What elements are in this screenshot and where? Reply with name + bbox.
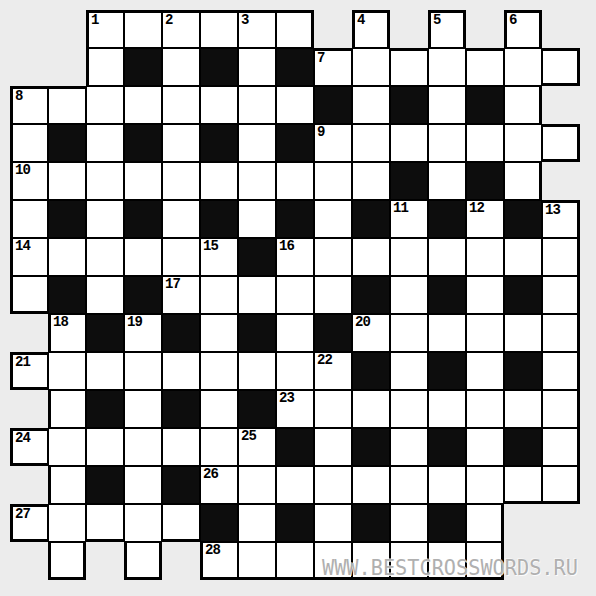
black-cell-r2c6: [200, 48, 238, 86]
black-cell-r6c14: [504, 200, 542, 238]
cell-r4c14[interactable]: [504, 124, 542, 162]
clue-number-16: 16: [279, 240, 294, 253]
cell-r10c3[interactable]: [86, 352, 124, 390]
cell-r3c2[interactable]: [48, 86, 86, 124]
cell-r9c10[interactable]: 20: [352, 314, 390, 352]
cell-r14c11[interactable]: [390, 504, 428, 542]
cell-r11c2[interactable]: [48, 390, 86, 428]
cell-r4c5[interactable]: [162, 124, 200, 162]
cell-r9c11[interactable]: [390, 314, 428, 352]
cell-r11c10[interactable]: [352, 390, 390, 428]
cell-r8c9[interactable]: [314, 276, 352, 314]
black-cell-r9c3: [86, 314, 124, 352]
black-cell-r13c5: [162, 466, 200, 504]
cell-r11c11[interactable]: [390, 390, 428, 428]
cell-r9c12[interactable]: [428, 314, 466, 352]
cell-r10c15[interactable]: [542, 352, 580, 390]
cell-r6c9[interactable]: [314, 200, 352, 238]
cell-r1c4[interactable]: [124, 10, 162, 48]
cell-r8c6[interactable]: [200, 276, 238, 314]
cell-r14c5[interactable]: [162, 504, 200, 542]
cell-r7c12[interactable]: [428, 238, 466, 276]
cell-r8c3[interactable]: [86, 276, 124, 314]
cell-r9c14[interactable]: [504, 314, 542, 352]
cell-r10c1[interactable]: 21: [10, 352, 48, 390]
cell-r3c5[interactable]: [162, 86, 200, 124]
cell-r13c9[interactable]: [314, 466, 352, 504]
cell-r7c1[interactable]: 14: [10, 238, 48, 276]
cell-r7c14[interactable]: [504, 238, 542, 276]
cell-r11c13[interactable]: [466, 390, 504, 428]
cell-r5c12[interactable]: [428, 162, 466, 200]
cell-r4c12[interactable]: [428, 124, 466, 162]
cell-r4c3[interactable]: [86, 124, 124, 162]
cell-r2c13[interactable]: [466, 48, 504, 86]
cell-r4c9[interactable]: 9: [314, 124, 352, 162]
cell-r5c10[interactable]: [352, 162, 390, 200]
black-cell-r4c8: [276, 124, 314, 162]
black-cell-r6c12: [428, 200, 466, 238]
cell-r13c4[interactable]: [124, 466, 162, 504]
cell-r12c15[interactable]: [542, 428, 580, 466]
cell-r13c7[interactable]: [238, 466, 276, 504]
cell-r10c7[interactable]: [238, 352, 276, 390]
cell-r7c13[interactable]: [466, 238, 504, 276]
black-cell-r4c4: [124, 124, 162, 162]
cell-r9c8[interactable]: [276, 314, 314, 352]
black-cell-r14c6: [200, 504, 238, 542]
cell-r11c8[interactable]: 23: [276, 390, 314, 428]
cell-r12c7[interactable]: 25: [238, 428, 276, 466]
black-cell-r8c12: [428, 276, 466, 314]
cell-r7c3[interactable]: [86, 238, 124, 276]
clue-number-7: 7: [317, 52, 324, 65]
black-cell-r12c14: [504, 428, 542, 466]
clue-number-27: 27: [15, 508, 30, 521]
cell-r12c5[interactable]: [162, 428, 200, 466]
clue-number-1: 1: [91, 14, 98, 27]
cell-r1c8[interactable]: [276, 10, 314, 48]
cell-r10c5[interactable]: [162, 352, 200, 390]
cell-r15c4[interactable]: [124, 542, 162, 580]
cell-r13c11[interactable]: [390, 466, 428, 504]
clue-number-12: 12: [469, 202, 484, 215]
cell-r4c15[interactable]: [542, 124, 580, 162]
cell-r12c11[interactable]: [390, 428, 428, 466]
cell-r10c8[interactable]: [276, 352, 314, 390]
cell-r9c4[interactable]: 19: [124, 314, 162, 352]
cell-r8c5[interactable]: 17: [162, 276, 200, 314]
cell-r15c8[interactable]: [276, 542, 314, 580]
cell-r6c11[interactable]: 11: [390, 200, 428, 238]
clue-number-22: 22: [317, 354, 332, 367]
cell-r3c14[interactable]: [504, 86, 542, 124]
cell-r5c7[interactable]: [238, 162, 276, 200]
black-cell-r11c3: [86, 390, 124, 428]
black-cell-r14c12: [428, 504, 466, 542]
cell-r15c7[interactable]: [238, 542, 276, 580]
cell-r9c6[interactable]: [200, 314, 238, 352]
black-cell-r5c11: [390, 162, 428, 200]
black-cell-r11c5: [162, 390, 200, 428]
cell-r12c6[interactable]: [200, 428, 238, 466]
cell-r7c9[interactable]: [314, 238, 352, 276]
cell-r5c5[interactable]: [162, 162, 200, 200]
clue-number-25: 25: [241, 430, 256, 443]
clue-number-28: 28: [205, 544, 220, 557]
cell-r1c3[interactable]: 1: [86, 10, 124, 48]
cell-r2c12[interactable]: [428, 48, 466, 86]
cell-r3c6[interactable]: [200, 86, 238, 124]
black-cell-r8c2: [48, 276, 86, 314]
clue-number-3: 3: [241, 14, 248, 27]
cell-r11c15[interactable]: [542, 390, 580, 428]
cell-r4c11[interactable]: [390, 124, 428, 162]
cell-r6c3[interactable]: [86, 200, 124, 238]
cell-r12c13[interactable]: [466, 428, 504, 466]
black-cell-r4c6: [200, 124, 238, 162]
cell-r14c7[interactable]: [238, 504, 276, 542]
watermark: WWW.BESTCROSSWORDS.RU: [322, 556, 578, 580]
clue-number-6: 6: [509, 14, 516, 27]
cell-r13c2[interactable]: [48, 466, 86, 504]
cell-r4c13[interactable]: [466, 124, 504, 162]
cell-r10c2[interactable]: [48, 352, 86, 390]
cell-r7c11[interactable]: [390, 238, 428, 276]
cell-r10c9[interactable]: 22: [314, 352, 352, 390]
cell-r3c4[interactable]: [124, 86, 162, 124]
cell-r14c3[interactable]: [86, 504, 124, 542]
black-cell-r7c7: [238, 238, 276, 276]
cell-r15c6[interactable]: 28: [200, 542, 238, 580]
cell-r4c10[interactable]: [352, 124, 390, 162]
cell-r3c3[interactable]: [86, 86, 124, 124]
black-cell-r9c9: [314, 314, 352, 352]
black-cell-r2c8: [276, 48, 314, 86]
cell-r5c8[interactable]: [276, 162, 314, 200]
cell-r1c6[interactable]: [200, 10, 238, 48]
black-cell-r14c8: [276, 504, 314, 542]
cell-r7c4[interactable]: [124, 238, 162, 276]
cell-r6c1[interactable]: [10, 200, 48, 238]
crossword-board: 1234567891011121314151617181920212223242…: [10, 10, 580, 580]
cell-r5c9[interactable]: [314, 162, 352, 200]
black-cell-r8c4: [124, 276, 162, 314]
cell-r8c1[interactable]: [10, 276, 48, 314]
clue-number-19: 19: [127, 316, 142, 329]
cell-r11c9[interactable]: [314, 390, 352, 428]
cell-r11c6[interactable]: [200, 390, 238, 428]
clue-number-21: 21: [15, 356, 30, 369]
cell-r14c1[interactable]: 27: [10, 504, 48, 542]
cell-r13c12[interactable]: [428, 466, 466, 504]
cell-r12c4[interactable]: [124, 428, 162, 466]
clue-number-18: 18: [53, 316, 68, 329]
black-cell-r6c8: [276, 200, 314, 238]
cell-r13c10[interactable]: [352, 466, 390, 504]
cell-r5c3[interactable]: [86, 162, 124, 200]
cell-r11c12[interactable]: [428, 390, 466, 428]
clue-number-5: 5: [433, 14, 440, 27]
cell-r6c5[interactable]: [162, 200, 200, 238]
cell-r14c9[interactable]: [314, 504, 352, 542]
black-cell-r8c14: [504, 276, 542, 314]
cell-r10c13[interactable]: [466, 352, 504, 390]
cell-r11c14[interactable]: [504, 390, 542, 428]
cell-r13c8[interactable]: [276, 466, 314, 504]
black-cell-r10c14: [504, 352, 542, 390]
black-cell-r3c9: [314, 86, 352, 124]
black-cell-r12c10: [352, 428, 390, 466]
clue-number-4: 4: [357, 14, 364, 27]
black-cell-r6c6: [200, 200, 238, 238]
cell-r12c9[interactable]: [314, 428, 352, 466]
cell-r2c11[interactable]: [390, 48, 428, 86]
black-cell-r9c7: [238, 314, 276, 352]
black-cell-r11c7: [238, 390, 276, 428]
cell-r3c8[interactable]: [276, 86, 314, 124]
cell-r13c15[interactable]: [542, 466, 580, 504]
black-cell-r4c2: [48, 124, 86, 162]
black-cell-r6c2: [48, 200, 86, 238]
clue-number-15: 15: [203, 240, 218, 253]
clue-number-26: 26: [203, 468, 218, 481]
cell-r2c9[interactable]: 7: [314, 48, 352, 86]
clue-number-11: 11: [393, 202, 408, 215]
cell-r1c14[interactable]: 6: [504, 10, 542, 48]
cell-r15c2[interactable]: [48, 542, 86, 580]
cell-r5c6[interactable]: [200, 162, 238, 200]
black-cell-r3c13: [466, 86, 504, 124]
cell-r8c11[interactable]: [390, 276, 428, 314]
cell-r3c10[interactable]: [352, 86, 390, 124]
cell-r2c14[interactable]: [504, 48, 542, 86]
cell-r2c10[interactable]: [352, 48, 390, 86]
black-cell-r5c13: [466, 162, 504, 200]
cell-r6c13[interactable]: 12: [466, 200, 504, 238]
clue-number-20: 20: [355, 316, 370, 329]
cell-r11c4[interactable]: [124, 390, 162, 428]
cell-r8c8[interactable]: [276, 276, 314, 314]
clue-number-9: 9: [317, 126, 324, 139]
cell-r6c7[interactable]: [238, 200, 276, 238]
cell-r5c4[interactable]: [124, 162, 162, 200]
cell-r7c5[interactable]: [162, 238, 200, 276]
cell-r14c2[interactable]: [48, 504, 86, 542]
clue-number-2: 2: [165, 14, 172, 27]
cell-r3c12[interactable]: [428, 86, 466, 124]
cell-r4c7[interactable]: [238, 124, 276, 162]
black-cell-r8c10: [352, 276, 390, 314]
clue-number-23: 23: [279, 392, 294, 405]
cell-r7c8[interactable]: 16: [276, 238, 314, 276]
cell-r2c7[interactable]: [238, 48, 276, 86]
cell-r13c6[interactable]: 26: [200, 466, 238, 504]
cell-r9c15[interactable]: [542, 314, 580, 352]
black-cell-r12c12: [428, 428, 466, 466]
cell-r5c1[interactable]: 10: [10, 162, 48, 200]
cell-r8c13[interactable]: [466, 276, 504, 314]
black-cell-r9c5: [162, 314, 200, 352]
clue-number-17: 17: [165, 278, 180, 291]
cell-r9c2[interactable]: 18: [48, 314, 86, 352]
black-cell-r14c10: [352, 504, 390, 542]
cell-r8c15[interactable]: [542, 276, 580, 314]
cell-r12c2[interactable]: [48, 428, 86, 466]
black-cell-r2c4: [124, 48, 162, 86]
clue-number-24: 24: [15, 432, 30, 445]
cell-r4c1[interactable]: [10, 124, 48, 162]
cell-r7c6[interactable]: 15: [200, 238, 238, 276]
cell-r7c15[interactable]: [542, 238, 580, 276]
cell-r6c15[interactable]: 13: [542, 200, 580, 238]
cell-r10c6[interactable]: [200, 352, 238, 390]
cell-r14c13[interactable]: [466, 504, 504, 542]
black-cell-r13c3: [86, 466, 124, 504]
cell-r9c13[interactable]: [466, 314, 504, 352]
black-cell-r6c10: [352, 200, 390, 238]
cell-r7c2[interactable]: [48, 238, 86, 276]
cell-r1c12[interactable]: 5: [428, 10, 466, 48]
black-cell-r12c8: [276, 428, 314, 466]
cell-r2c3[interactable]: [86, 48, 124, 86]
cell-r10c4[interactable]: [124, 352, 162, 390]
cell-r3c7[interactable]: [238, 86, 276, 124]
cell-r10c11[interactable]: [390, 352, 428, 390]
clue-number-10: 10: [15, 164, 30, 177]
cell-r13c13[interactable]: [466, 466, 504, 504]
cell-r12c3[interactable]: [86, 428, 124, 466]
black-cell-r10c10: [352, 352, 390, 390]
cell-r1c5[interactable]: 2: [162, 10, 200, 48]
clue-number-13: 13: [545, 204, 560, 217]
black-cell-r10c12: [428, 352, 466, 390]
cell-r8c7[interactable]: [238, 276, 276, 314]
cell-r3c1[interactable]: 8: [10, 86, 48, 124]
cell-r14c4[interactable]: [124, 504, 162, 542]
cell-r13c14[interactable]: [504, 466, 542, 504]
cell-r5c14[interactable]: [504, 162, 542, 200]
black-cell-r3c11: [390, 86, 428, 124]
cell-r12c1[interactable]: 24: [10, 428, 48, 466]
cell-r5c2[interactable]: [48, 162, 86, 200]
cell-r2c5[interactable]: [162, 48, 200, 86]
clue-number-14: 14: [15, 240, 30, 253]
cell-r7c10[interactable]: [352, 238, 390, 276]
clue-number-8: 8: [15, 90, 22, 103]
black-cell-r6c4: [124, 200, 162, 238]
cell-r2c15[interactable]: [542, 48, 580, 86]
screenshot-root: 1234567891011121314151617181920212223242…: [0, 0, 596, 596]
cell-r1c10[interactable]: 4: [352, 10, 390, 48]
cell-r1c7[interactable]: 3: [238, 10, 276, 48]
